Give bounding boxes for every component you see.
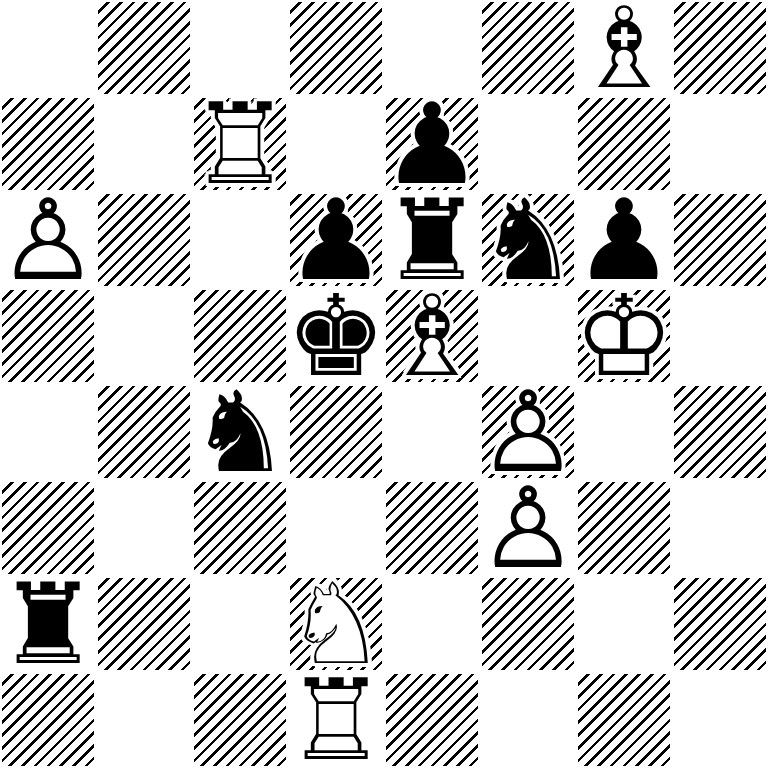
square-c7[interactable]: ♜♖ (192, 96, 288, 192)
square-b8[interactable] (96, 0, 192, 96)
square-e3[interactable] (384, 480, 480, 576)
piece-glyph: ♙ (480, 480, 576, 576)
square-h7[interactable] (672, 96, 768, 192)
square-b6[interactable] (96, 192, 192, 288)
square-f8[interactable] (480, 0, 576, 96)
square-h1[interactable] (672, 672, 768, 768)
square-d5[interactable]: ♚♚ (288, 288, 384, 384)
square-f1[interactable] (480, 672, 576, 768)
piece-glyph: ♔ (576, 288, 672, 384)
square-b4[interactable] (96, 384, 192, 480)
square-e1[interactable] (384, 672, 480, 768)
square-g1[interactable] (576, 672, 672, 768)
white-rook-piece[interactable]: ♜♖ (288, 672, 384, 768)
square-b2[interactable] (96, 576, 192, 672)
square-e2[interactable] (384, 576, 480, 672)
square-a2[interactable]: ♜♜ (0, 576, 96, 672)
square-c1[interactable] (192, 672, 288, 768)
piece-glyph: ♖ (192, 96, 288, 192)
square-g3[interactable] (576, 480, 672, 576)
square-e4[interactable] (384, 384, 480, 480)
square-c2[interactable] (192, 576, 288, 672)
black-knight-piece[interactable]: ♞♞ (192, 384, 288, 480)
square-d4[interactable] (288, 384, 384, 480)
white-rook-piece[interactable]: ♜♖ (192, 96, 288, 192)
square-h6[interactable] (672, 192, 768, 288)
piece-glyph: ♜ (0, 576, 96, 672)
square-a5[interactable] (0, 288, 96, 384)
square-a4[interactable] (0, 384, 96, 480)
square-h2[interactable] (672, 576, 768, 672)
square-g4[interactable] (576, 384, 672, 480)
square-f2[interactable] (480, 576, 576, 672)
square-g5[interactable]: ♚♔ (576, 288, 672, 384)
white-bishop-piece[interactable]: ♝♗ (384, 288, 480, 384)
chess-diagram: ♝♗♜♖♟♟♟♙♟♟♜♜♞♞♟♟♚♚♝♗♚♔♞♞♟♙♟♙♜♜♞♘♜♖ (0, 0, 768, 768)
piece-glyph: ♗ (384, 288, 480, 384)
piece-glyph: ♚ (288, 288, 384, 384)
square-d1[interactable]: ♜♖ (288, 672, 384, 768)
black-king-piece[interactable]: ♚♚ (288, 288, 384, 384)
piece-glyph: ♙ (0, 192, 96, 288)
square-c3[interactable] (192, 480, 288, 576)
square-f6[interactable]: ♞♞ (480, 192, 576, 288)
white-king-piece[interactable]: ♚♔ (576, 288, 672, 384)
square-g8[interactable]: ♝♗ (576, 0, 672, 96)
black-knight-piece[interactable]: ♞♞ (480, 192, 576, 288)
piece-glyph: ♞ (192, 384, 288, 480)
square-e5[interactable]: ♝♗ (384, 288, 480, 384)
square-a1[interactable] (0, 672, 96, 768)
square-c4[interactable]: ♞♞ (192, 384, 288, 480)
square-h8[interactable] (672, 0, 768, 96)
square-h3[interactable] (672, 480, 768, 576)
square-a6[interactable]: ♟♙ (0, 192, 96, 288)
square-f3[interactable]: ♟♙ (480, 480, 576, 576)
square-c6[interactable] (192, 192, 288, 288)
black-rook-piece[interactable]: ♜♜ (0, 576, 96, 672)
piece-glyph: ♗ (576, 0, 672, 96)
square-b5[interactable] (96, 288, 192, 384)
square-a8[interactable] (0, 0, 96, 96)
square-b3[interactable] (96, 480, 192, 576)
square-g2[interactable] (576, 576, 672, 672)
piece-glyph: ♖ (288, 672, 384, 768)
square-d8[interactable] (288, 0, 384, 96)
square-h4[interactable] (672, 384, 768, 480)
chess-board: ♝♗♜♖♟♟♟♙♟♟♜♜♞♞♟♟♚♚♝♗♚♔♞♞♟♙♟♙♜♜♞♘♜♖ (0, 0, 768, 768)
piece-glyph: ♞ (480, 192, 576, 288)
square-b7[interactable] (96, 96, 192, 192)
white-pawn-piece[interactable]: ♟♙ (0, 192, 96, 288)
white-bishop-piece[interactable]: ♝♗ (576, 0, 672, 96)
square-h5[interactable] (672, 288, 768, 384)
white-pawn-piece[interactable]: ♟♙ (480, 480, 576, 576)
square-b1[interactable] (96, 672, 192, 768)
